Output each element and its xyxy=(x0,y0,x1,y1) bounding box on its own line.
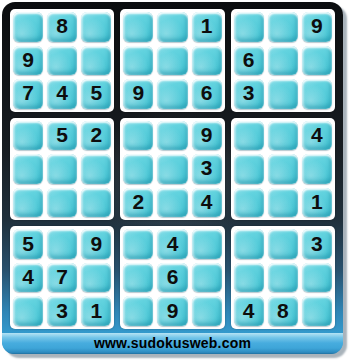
cell-r1c5[interactable] xyxy=(157,12,187,42)
cell-r8c3[interactable] xyxy=(81,263,111,293)
cell-r6c2[interactable] xyxy=(47,188,77,218)
cell-r4c7[interactable] xyxy=(234,121,264,151)
cell-r7c5[interactable]: 4 xyxy=(157,229,187,259)
given-digit: 2 xyxy=(133,191,145,212)
cell-r5c7[interactable] xyxy=(234,154,264,184)
cell-r2c5[interactable] xyxy=(157,46,187,76)
cell-r7c6[interactable] xyxy=(192,229,222,259)
given-digit: 9 xyxy=(22,49,34,70)
cell-r9c2[interactable]: 3 xyxy=(47,296,77,326)
cell-r6c9[interactable]: 1 xyxy=(302,188,332,218)
given-digit: 1 xyxy=(201,15,213,36)
given-digit: 9 xyxy=(311,15,323,36)
grid-area: 8974519696352932441594731469348 xyxy=(2,2,343,333)
cell-r1c8[interactable] xyxy=(268,12,298,42)
cell-r5c6[interactable]: 3 xyxy=(192,154,222,184)
cell-r2c3[interactable] xyxy=(81,46,111,76)
cell-r5c5[interactable] xyxy=(157,154,187,184)
cell-r3c5[interactable] xyxy=(157,79,187,109)
cell-r9c6[interactable] xyxy=(192,296,222,326)
cell-r4c8[interactable] xyxy=(268,121,298,151)
given-digit: 7 xyxy=(56,266,68,287)
given-digit: 2 xyxy=(90,124,102,145)
cell-r4c2[interactable]: 5 xyxy=(47,121,77,151)
cell-r1c1[interactable] xyxy=(13,12,43,42)
cell-r1c3[interactable] xyxy=(81,12,111,42)
block-1-3: 963 xyxy=(231,9,335,112)
cell-r7c7[interactable] xyxy=(234,229,264,259)
given-digit: 6 xyxy=(243,49,255,70)
sudoku-board: 8974519696352932441594731469348 www.sudo… xyxy=(2,2,343,354)
cell-r5c1[interactable] xyxy=(13,154,43,184)
cell-r5c2[interactable] xyxy=(47,154,77,184)
given-digit: 4 xyxy=(167,233,179,254)
given-digit: 6 xyxy=(167,266,179,287)
cell-r6c8[interactable] xyxy=(268,188,298,218)
given-digit: 3 xyxy=(56,300,68,321)
cell-r9c5[interactable]: 9 xyxy=(157,296,187,326)
cell-r4c4[interactable] xyxy=(123,121,153,151)
cell-r4c5[interactable] xyxy=(157,121,187,151)
cell-r6c5[interactable] xyxy=(157,188,187,218)
cell-r3c2[interactable]: 4 xyxy=(47,79,77,109)
cell-r1c2[interactable]: 8 xyxy=(47,12,77,42)
block-2-3: 41 xyxy=(231,118,335,221)
cell-r4c3[interactable]: 2 xyxy=(81,121,111,151)
cell-r1c7[interactable] xyxy=(234,12,264,42)
given-digit: 9 xyxy=(201,124,213,145)
cell-r7c8[interactable] xyxy=(268,229,298,259)
cell-r7c4[interactable] xyxy=(123,229,153,259)
cell-r7c1[interactable]: 5 xyxy=(13,229,43,259)
given-digit: 5 xyxy=(56,124,68,145)
given-digit: 4 xyxy=(311,124,323,145)
given-digit: 5 xyxy=(90,82,102,103)
given-digit: 6 xyxy=(201,82,213,103)
cell-r4c6[interactable]: 9 xyxy=(192,121,222,151)
cell-r7c9[interactable]: 3 xyxy=(302,229,332,259)
website-url: www.sudokusweb.com xyxy=(94,333,251,354)
block-3-1: 594731 xyxy=(10,226,114,329)
cell-r2c2[interactable] xyxy=(47,46,77,76)
cell-r8c7[interactable] xyxy=(234,263,264,293)
cell-r5c8[interactable] xyxy=(268,154,298,184)
given-digit: 4 xyxy=(201,191,213,212)
cell-r9c1[interactable] xyxy=(13,296,43,326)
cell-r6c7[interactable] xyxy=(234,188,264,218)
cell-r6c1[interactable] xyxy=(13,188,43,218)
block-1-2: 196 xyxy=(120,9,224,112)
given-digit: 9 xyxy=(167,300,179,321)
sudoku-grid: 8974519696352932441594731469348 xyxy=(10,9,335,329)
cell-r5c9[interactable] xyxy=(302,154,332,184)
cell-r3c6[interactable]: 6 xyxy=(192,79,222,109)
given-digit: 3 xyxy=(201,157,213,178)
block-1-1: 89745 xyxy=(10,9,114,112)
given-digit: 8 xyxy=(56,15,68,36)
cell-r7c2[interactable] xyxy=(47,229,77,259)
cell-r9c4[interactable] xyxy=(123,296,153,326)
cell-r6c6[interactable]: 4 xyxy=(192,188,222,218)
footer-band: www.sudokusweb.com xyxy=(2,333,343,354)
cell-r9c3[interactable]: 1 xyxy=(81,296,111,326)
given-digit: 1 xyxy=(90,300,102,321)
cell-r8c9[interactable] xyxy=(302,263,332,293)
cell-r7c3[interactable]: 9 xyxy=(81,229,111,259)
cell-r1c6[interactable]: 1 xyxy=(192,12,222,42)
given-digit: 1 xyxy=(311,191,323,212)
cell-r2c8[interactable] xyxy=(268,46,298,76)
cell-r3c1[interactable]: 7 xyxy=(13,79,43,109)
block-3-2: 469 xyxy=(120,226,224,329)
given-digit: 5 xyxy=(22,233,34,254)
given-digit: 4 xyxy=(243,300,255,321)
cell-r9c9[interactable] xyxy=(302,296,332,326)
cell-r9c7[interactable]: 4 xyxy=(234,296,264,326)
cell-r2c9[interactable] xyxy=(302,46,332,76)
cell-r8c2[interactable]: 7 xyxy=(47,263,77,293)
cell-r8c4[interactable] xyxy=(123,263,153,293)
cell-r2c1[interactable]: 9 xyxy=(13,46,43,76)
given-digit: 4 xyxy=(56,82,68,103)
given-digit: 9 xyxy=(133,82,145,103)
cell-r2c4[interactable] xyxy=(123,46,153,76)
given-digit: 3 xyxy=(243,82,255,103)
cell-r3c4[interactable]: 9 xyxy=(123,79,153,109)
cell-r4c9[interactable]: 4 xyxy=(302,121,332,151)
cell-r9c8[interactable]: 8 xyxy=(268,296,298,326)
given-digit: 7 xyxy=(22,82,34,103)
cell-r1c4[interactable] xyxy=(123,12,153,42)
cell-r3c8[interactable] xyxy=(268,79,298,109)
cell-r3c7[interactable]: 3 xyxy=(234,79,264,109)
cell-r8c5[interactable]: 6 xyxy=(157,263,187,293)
cell-r8c6[interactable] xyxy=(192,263,222,293)
given-digit: 3 xyxy=(311,233,323,254)
block-3-3: 348 xyxy=(231,226,335,329)
block-2-2: 9324 xyxy=(120,118,224,221)
cell-r2c6[interactable] xyxy=(192,46,222,76)
cell-r6c3[interactable] xyxy=(81,188,111,218)
cell-r8c1[interactable]: 4 xyxy=(13,263,43,293)
block-2-1: 52 xyxy=(10,118,114,221)
cell-r5c3[interactable] xyxy=(81,154,111,184)
cell-r2c7[interactable]: 6 xyxy=(234,46,264,76)
given-digit: 8 xyxy=(277,300,289,321)
cell-r3c9[interactable] xyxy=(302,79,332,109)
cell-r4c1[interactable] xyxy=(13,121,43,151)
cell-r8c8[interactable] xyxy=(268,263,298,293)
cell-r6c4[interactable]: 2 xyxy=(123,188,153,218)
given-digit: 9 xyxy=(90,233,102,254)
cell-r3c3[interactable]: 5 xyxy=(81,79,111,109)
cell-r5c4[interactable] xyxy=(123,154,153,184)
cell-r1c9[interactable]: 9 xyxy=(302,12,332,42)
given-digit: 4 xyxy=(22,266,34,287)
